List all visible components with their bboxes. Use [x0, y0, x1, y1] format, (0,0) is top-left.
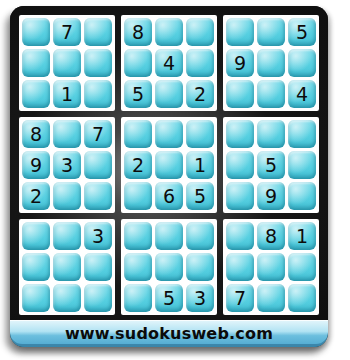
sudoku-cell-r9c2[interactable]: [53, 284, 81, 312]
sudoku-box-7: 53: [121, 219, 217, 315]
sudoku-cell-r1c4[interactable]: 8: [124, 18, 152, 46]
sudoku-cell-r2c4[interactable]: [124, 49, 152, 77]
sudoku-cell-r3c3[interactable]: [84, 80, 112, 108]
sudoku-cell-r7c7[interactable]: [226, 222, 254, 250]
sudoku-cell-r2c6[interactable]: [186, 49, 214, 77]
sudoku-cell-r6c6[interactable]: 5: [186, 182, 214, 210]
sudoku-board: 71845259487932216559353817 www.sudokuswe…: [10, 6, 328, 347]
sudoku-cell-r1c9[interactable]: 5: [288, 18, 316, 46]
sudoku-cell-r6c5[interactable]: 6: [155, 182, 183, 210]
sudoku-cell-r5c8[interactable]: 5: [257, 151, 285, 179]
sudoku-cell-r2c3[interactable]: [84, 49, 112, 77]
sudoku-box-3: 87932: [19, 117, 115, 213]
sudoku-cell-r8c1[interactable]: [22, 253, 50, 281]
sudoku-cell-r9c1[interactable]: [22, 284, 50, 312]
sudoku-cell-r4c6[interactable]: [186, 120, 214, 148]
sudoku-cell-r1c1[interactable]: [22, 18, 50, 46]
sudoku-cell-r5c9[interactable]: [288, 151, 316, 179]
sudoku-cell-r9c6[interactable]: 3: [186, 284, 214, 312]
sudoku-cell-r8c5[interactable]: [155, 253, 183, 281]
sudoku-cell-r5c6[interactable]: 1: [186, 151, 214, 179]
sudoku-cell-r1c6[interactable]: [186, 18, 214, 46]
sudoku-cell-r8c9[interactable]: [288, 253, 316, 281]
sudoku-cell-r6c9[interactable]: [288, 182, 316, 210]
sudoku-box-4: 2165: [121, 117, 217, 213]
sudoku-box-6: 3: [19, 219, 115, 315]
sudoku-cell-r7c6[interactable]: [186, 222, 214, 250]
footer-bar: www.sudokusweb.com: [10, 320, 328, 347]
sudoku-box-0: 71: [19, 15, 115, 111]
sudoku-box-5: 59: [223, 117, 319, 213]
site-label: www.sudokusweb.com: [65, 324, 273, 343]
sudoku-cell-r5c5[interactable]: [155, 151, 183, 179]
sudoku-cell-r4c7[interactable]: [226, 120, 254, 148]
sudoku-grid: 71845259487932216559353817: [19, 15, 319, 315]
sudoku-cell-r6c4[interactable]: [124, 182, 152, 210]
sudoku-cell-r8c2[interactable]: [53, 253, 81, 281]
sudoku-cell-r2c8[interactable]: [257, 49, 285, 77]
sudoku-cell-r1c8[interactable]: [257, 18, 285, 46]
sudoku-cell-r3c4[interactable]: 5: [124, 80, 152, 108]
sudoku-cell-r4c1[interactable]: 8: [22, 120, 50, 148]
sudoku-cell-r1c3[interactable]: [84, 18, 112, 46]
sudoku-cell-r7c9[interactable]: 1: [288, 222, 316, 250]
sudoku-cell-r7c5[interactable]: [155, 222, 183, 250]
sudoku-cell-r1c5[interactable]: [155, 18, 183, 46]
sudoku-cell-r6c7[interactable]: [226, 182, 254, 210]
sudoku-cell-r6c2[interactable]: [53, 182, 81, 210]
sudoku-cell-r5c7[interactable]: [226, 151, 254, 179]
sudoku-cell-r3c6[interactable]: 2: [186, 80, 214, 108]
sudoku-cell-r6c3[interactable]: [84, 182, 112, 210]
sudoku-cell-r7c3[interactable]: 3: [84, 222, 112, 250]
sudoku-cell-r3c9[interactable]: 4: [288, 80, 316, 108]
sudoku-cell-r9c8[interactable]: [257, 284, 285, 312]
sudoku-cell-r5c1[interactable]: 9: [22, 151, 50, 179]
sudoku-cell-r2c5[interactable]: 4: [155, 49, 183, 77]
sudoku-cell-r7c2[interactable]: [53, 222, 81, 250]
sudoku-cell-r5c3[interactable]: [84, 151, 112, 179]
sudoku-cell-r2c1[interactable]: [22, 49, 50, 77]
sudoku-cell-r5c2[interactable]: 3: [53, 151, 81, 179]
sudoku-cell-r9c5[interactable]: 5: [155, 284, 183, 312]
sudoku-cell-r1c2[interactable]: 7: [53, 18, 81, 46]
sudoku-cell-r8c8[interactable]: [257, 253, 285, 281]
sudoku-cell-r8c7[interactable]: [226, 253, 254, 281]
sudoku-cell-r8c4[interactable]: [124, 253, 152, 281]
sudoku-cell-r3c2[interactable]: 1: [53, 80, 81, 108]
sudoku-cell-r2c9[interactable]: [288, 49, 316, 77]
sudoku-cell-r9c7[interactable]: 7: [226, 284, 254, 312]
sudoku-cell-r1c7[interactable]: [226, 18, 254, 46]
sudoku-cell-r4c4[interactable]: [124, 120, 152, 148]
sudoku-cell-r9c3[interactable]: [84, 284, 112, 312]
sudoku-cell-r4c9[interactable]: [288, 120, 316, 148]
sudoku-cell-r3c1[interactable]: [22, 80, 50, 108]
sudoku-cell-r3c7[interactable]: [226, 80, 254, 108]
sudoku-cell-r3c8[interactable]: [257, 80, 285, 108]
sudoku-box-2: 594: [223, 15, 319, 111]
sudoku-cell-r2c7[interactable]: 9: [226, 49, 254, 77]
sudoku-cell-r4c5[interactable]: [155, 120, 183, 148]
sudoku-cell-r7c4[interactable]: [124, 222, 152, 250]
sudoku-cell-r4c2[interactable]: [53, 120, 81, 148]
sudoku-cell-r7c8[interactable]: 8: [257, 222, 285, 250]
sudoku-cell-r9c4[interactable]: [124, 284, 152, 312]
sudoku-cell-r8c6[interactable]: [186, 253, 214, 281]
sudoku-cell-r4c3[interactable]: 7: [84, 120, 112, 148]
board-frame: 71845259487932216559353817: [10, 6, 328, 320]
sudoku-box-8: 817: [223, 219, 319, 315]
sudoku-cell-r7c1[interactable]: [22, 222, 50, 250]
sudoku-cell-r5c4[interactable]: 2: [124, 151, 152, 179]
sudoku-box-1: 8452: [121, 15, 217, 111]
sudoku-cell-r8c3[interactable]: [84, 253, 112, 281]
sudoku-cell-r6c8[interactable]: 9: [257, 182, 285, 210]
sudoku-cell-r9c9[interactable]: [288, 284, 316, 312]
sudoku-cell-r6c1[interactable]: 2: [22, 182, 50, 210]
sudoku-cell-r2c2[interactable]: [53, 49, 81, 77]
sudoku-cell-r3c5[interactable]: [155, 80, 183, 108]
sudoku-cell-r4c8[interactable]: [257, 120, 285, 148]
